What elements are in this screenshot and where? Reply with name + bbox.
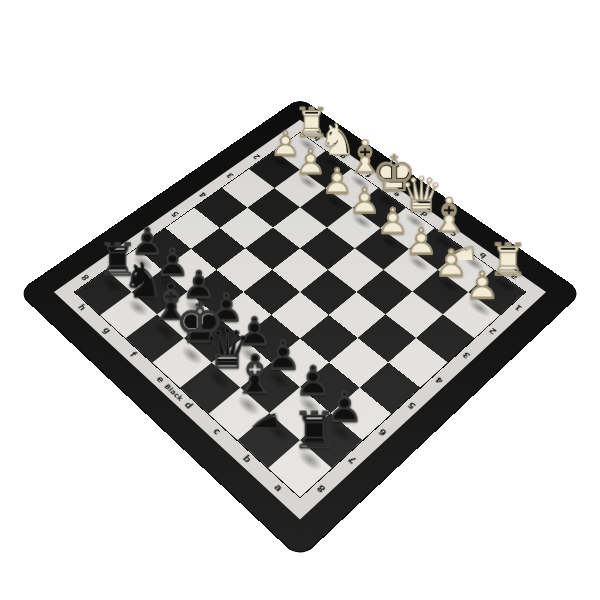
piece-glyph-outline: ♖ xyxy=(291,405,335,456)
square-b3[interactable] xyxy=(386,292,443,338)
chess-mat: abcdefgh abcdefgh 87654321 87654321 Blac… xyxy=(17,97,583,559)
product-photo-scene: abcdefgh abcdefgh 87654321 87654321 Blac… xyxy=(0,0,600,600)
mat-border-frame: abcdefgh abcdefgh 87654321 87654321 Blac… xyxy=(54,120,546,520)
square-f4[interactable] xyxy=(245,228,300,270)
piece-glyph-outline: ♗ xyxy=(231,349,274,403)
piece-glyph-outline: ♙ xyxy=(462,266,502,305)
chess-board: ♜♖♞♘♝♗♛♕♚♔♝♗♞♘♜♖♟♙♟♙♟♙♟♙♟♙♟♙♟♙♟♙♟♙♟♙♟♙♟♙… xyxy=(75,133,525,497)
